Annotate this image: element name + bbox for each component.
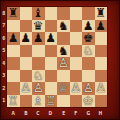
file-label-c: C <box>37 111 40 116</box>
square-a1[interactable]: ♖ <box>7 95 20 108</box>
square-c8[interactable]: ♝ <box>32 7 45 20</box>
piece-white-knight-c3[interactable]: ♘ <box>33 70 44 83</box>
piece-black-rook-a8[interactable]: ♜ <box>8 7 19 20</box>
file-label-slot: E <box>57 108 70 118</box>
rank-label-slot: 7 <box>0 20 7 33</box>
rank-label-slot: 3 <box>0 70 7 83</box>
piece-black-pawn-b6[interactable]: ♟ <box>20 32 31 45</box>
square-b8[interactable] <box>20 7 33 20</box>
rank-label-7: 7 <box>2 23 5 28</box>
piece-white-queen-e2[interactable]: ♕ <box>58 82 69 95</box>
rank-label-5: 5 <box>2 48 5 53</box>
square-c7[interactable]: ♛ <box>32 20 45 33</box>
piece-white-pawn-c2[interactable]: ♙ <box>33 82 44 95</box>
square-e4[interactable]: ♙ <box>57 57 70 70</box>
rank-label-slot: 6 <box>0 32 7 45</box>
piece-black-queen-c7[interactable]: ♛ <box>33 20 44 33</box>
square-f4[interactable] <box>70 57 83 70</box>
square-c1[interactable]: ♗ <box>32 95 45 108</box>
square-c3[interactable]: ♘ <box>32 70 45 83</box>
square-g7[interactable]: ♟ <box>82 20 95 33</box>
rank-label-2: 2 <box>2 86 5 91</box>
square-f8[interactable] <box>70 7 83 20</box>
piece-white-pawn-h2[interactable]: ♙ <box>95 82 106 95</box>
square-d1[interactable]: ♖ <box>45 95 58 108</box>
piece-black-knight-e7[interactable]: ♞ <box>58 20 69 33</box>
file-label-g: G <box>86 111 90 116</box>
square-g6[interactable]: ♚ <box>82 32 95 45</box>
piece-black-pawn-h7[interactable]: ♟ <box>95 20 106 33</box>
file-label-b: B <box>24 111 27 116</box>
file-label-slot: D <box>45 108 58 118</box>
square-f1[interactable] <box>70 95 83 108</box>
square-g2[interactable]: ♙ <box>82 82 95 95</box>
square-d2[interactable] <box>45 82 58 95</box>
rank-label-1: 1 <box>2 98 5 103</box>
square-h2[interactable]: ♙ <box>95 82 108 95</box>
rank-label-slot: 8 <box>0 7 7 20</box>
rank-label-4: 4 <box>2 61 5 66</box>
square-d4[interactable] <box>45 57 58 70</box>
piece-white-pawn-f2[interactable]: ♙ <box>70 82 81 95</box>
square-b2[interactable]: ♙ <box>20 82 33 95</box>
file-label-a: A <box>12 111 15 116</box>
square-a3[interactable] <box>7 70 20 83</box>
rank-label-slot: 1 <box>0 95 7 108</box>
rank-label-slot: 2 <box>0 82 7 95</box>
square-e1[interactable] <box>57 95 70 108</box>
square-c6[interactable]: ♟ <box>32 32 45 45</box>
file-label-f: F <box>74 111 77 116</box>
square-c4[interactable] <box>32 57 45 70</box>
piece-black-bishop-c8[interactable]: ♝ <box>33 7 44 20</box>
piece-white-knight-g5[interactable]: ♘ <box>83 45 94 58</box>
piece-black-rook-h8[interactable]: ♜ <box>95 7 106 20</box>
square-d5[interactable] <box>45 45 58 58</box>
square-a8[interactable]: ♜ <box>7 7 20 20</box>
chess-board-window: 87654321 ♜♝♜♛♞♟♟♟♟♟♟♚♞♘♙♘♙♙♕♙♙♙♖♗♖♔ ABCD… <box>0 0 120 120</box>
square-f2[interactable]: ♙ <box>70 82 83 95</box>
rank-label-6: 6 <box>2 36 5 41</box>
square-a2[interactable] <box>7 82 20 95</box>
file-labels: ABCDEFGH <box>7 108 107 118</box>
piece-black-pawn-g7[interactable]: ♟ <box>83 20 94 33</box>
square-h8[interactable]: ♜ <box>95 7 108 20</box>
piece-black-knight-e5[interactable]: ♞ <box>58 45 69 58</box>
piece-white-king-g1[interactable]: ♔ <box>83 95 94 108</box>
square-b6[interactable]: ♟ <box>20 32 33 45</box>
piece-white-rook-a1[interactable]: ♖ <box>8 95 19 108</box>
file-label-slot: H <box>95 108 108 118</box>
square-f3[interactable] <box>70 70 83 83</box>
square-g4[interactable] <box>82 57 95 70</box>
file-label-slot: G <box>82 108 95 118</box>
file-label-d: D <box>49 111 53 116</box>
square-h3[interactable] <box>95 70 108 83</box>
square-g8[interactable] <box>82 7 95 20</box>
piece-white-rook-d1[interactable]: ♖ <box>45 95 56 108</box>
file-label-slot: F <box>70 108 83 118</box>
chess-board[interactable]: ♜♝♜♛♞♟♟♟♟♟♟♚♞♘♙♘♙♙♕♙♙♙♖♗♖♔ <box>7 7 107 107</box>
rank-label-3: 3 <box>2 73 5 78</box>
square-b4[interactable] <box>20 57 33 70</box>
square-e7[interactable]: ♞ <box>57 20 70 33</box>
square-h1[interactable] <box>95 95 108 108</box>
square-b1[interactable] <box>20 95 33 108</box>
square-f7[interactable] <box>70 20 83 33</box>
file-label-h: H <box>99 111 103 116</box>
square-f5[interactable] <box>70 45 83 58</box>
square-a7[interactable] <box>7 20 20 33</box>
piece-white-pawn-g2[interactable]: ♙ <box>83 82 94 95</box>
square-a4[interactable] <box>7 57 20 70</box>
square-h5[interactable] <box>95 45 108 58</box>
square-d8[interactable] <box>45 7 58 20</box>
rank-labels: 87654321 <box>0 7 7 107</box>
square-a5[interactable] <box>7 45 20 58</box>
square-h7[interactable]: ♟ <box>95 20 108 33</box>
square-d7[interactable] <box>45 20 58 33</box>
square-b5[interactable] <box>20 45 33 58</box>
file-label-slot: C <box>32 108 45 118</box>
piece-black-pawn-a6[interactable]: ♟ <box>8 32 19 45</box>
rank-label-8: 8 <box>2 11 5 16</box>
file-label-slot: B <box>20 108 33 118</box>
square-h6[interactable] <box>95 32 108 45</box>
square-f6[interactable] <box>70 32 83 45</box>
square-c2[interactable]: ♙ <box>32 82 45 95</box>
piece-white-bishop-c1[interactable]: ♗ <box>33 95 44 108</box>
square-a6[interactable]: ♟ <box>7 32 20 45</box>
rank-label-slot: 4 <box>0 57 7 70</box>
piece-black-pawn-c6[interactable]: ♟ <box>33 32 44 45</box>
piece-black-pawn-d6[interactable]: ♟ <box>45 32 56 45</box>
square-e5[interactable]: ♞ <box>57 45 70 58</box>
file-label-e: E <box>62 111 65 116</box>
square-d3[interactable] <box>45 70 58 83</box>
square-e8[interactable] <box>57 7 70 20</box>
piece-white-pawn-b2[interactable]: ♙ <box>20 82 31 95</box>
square-h4[interactable] <box>95 57 108 70</box>
square-c5[interactable] <box>32 45 45 58</box>
piece-black-king-g6[interactable]: ♚ <box>83 32 94 45</box>
square-g3[interactable] <box>82 70 95 83</box>
piece-white-pawn-e4[interactable]: ♙ <box>58 57 69 70</box>
square-b3[interactable] <box>20 70 33 83</box>
square-d6[interactable]: ♟ <box>45 32 58 45</box>
square-g5[interactable]: ♘ <box>82 45 95 58</box>
square-e6[interactable] <box>57 32 70 45</box>
square-b7[interactable] <box>20 20 33 33</box>
square-e3[interactable] <box>57 70 70 83</box>
file-label-slot: A <box>7 108 20 118</box>
square-e2[interactable]: ♕ <box>57 82 70 95</box>
square-g1[interactable]: ♔ <box>82 95 95 108</box>
rank-label-slot: 5 <box>0 45 7 58</box>
